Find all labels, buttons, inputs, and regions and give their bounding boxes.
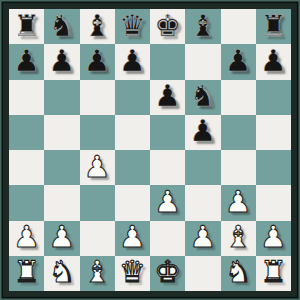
- chess-board-frame: ♜♞♝♛♚♝♜♟♟♟♟♟♟♟♞♟♟♟♟♟♟♟♟♝♟♜♞♝♛♚♞♜: [0, 0, 300, 300]
- square-h3[interactable]: [256, 185, 291, 220]
- square-h7[interactable]: ♟: [256, 44, 291, 79]
- white-bishop: ♝: [84, 257, 111, 287]
- white-king: ♚: [154, 257, 181, 287]
- square-b8[interactable]: ♞: [44, 9, 79, 44]
- black-pawn: ♟: [260, 46, 287, 76]
- black-rook: ♜: [13, 11, 40, 41]
- square-d4[interactable]: [115, 150, 150, 185]
- square-h2[interactable]: ♟: [256, 221, 291, 256]
- square-h5[interactable]: [256, 115, 291, 150]
- black-knight: ♞: [48, 11, 75, 41]
- square-a4[interactable]: [9, 150, 44, 185]
- square-f6[interactable]: ♞: [185, 80, 220, 115]
- black-pawn: ♟: [84, 46, 111, 76]
- square-d8[interactable]: ♛: [115, 9, 150, 44]
- white-rook: ♜: [260, 257, 287, 287]
- square-b2[interactable]: ♟: [44, 221, 79, 256]
- black-queen: ♛: [119, 11, 146, 41]
- square-a7[interactable]: ♟: [9, 44, 44, 79]
- square-f5[interactable]: ♟: [185, 115, 220, 150]
- square-d6[interactable]: [115, 80, 150, 115]
- black-pawn: ♟: [154, 81, 181, 111]
- square-g8[interactable]: [221, 9, 256, 44]
- square-g5[interactable]: [221, 115, 256, 150]
- white-pawn: ♟: [260, 222, 287, 252]
- black-rook: ♜: [260, 11, 287, 41]
- white-pawn: ♟: [13, 222, 40, 252]
- square-b4[interactable]: [44, 150, 79, 185]
- black-king: ♚: [154, 11, 181, 41]
- square-g2[interactable]: ♝: [221, 221, 256, 256]
- square-b5[interactable]: [44, 115, 79, 150]
- black-pawn: ♟: [48, 46, 75, 76]
- square-d1[interactable]: ♛: [115, 256, 150, 291]
- white-pawn: ♟: [84, 152, 111, 182]
- square-e7[interactable]: [150, 44, 185, 79]
- square-a6[interactable]: [9, 80, 44, 115]
- white-pawn: ♟: [225, 187, 252, 217]
- square-b3[interactable]: [44, 185, 79, 220]
- square-f8[interactable]: ♝: [185, 9, 220, 44]
- chess-board: ♜♞♝♛♚♝♜♟♟♟♟♟♟♟♞♟♟♟♟♟♟♟♟♝♟♜♞♝♛♚♞♜: [9, 9, 291, 291]
- square-h6[interactable]: [256, 80, 291, 115]
- square-a2[interactable]: ♟: [9, 221, 44, 256]
- square-c2[interactable]: [80, 221, 115, 256]
- black-knight: ♞: [189, 81, 216, 111]
- black-bishop: ♝: [84, 11, 111, 41]
- square-f7[interactable]: [185, 44, 220, 79]
- square-c5[interactable]: [80, 115, 115, 150]
- square-f2[interactable]: ♟: [185, 221, 220, 256]
- square-b1[interactable]: ♞: [44, 256, 79, 291]
- white-pawn: ♟: [119, 222, 146, 252]
- square-h4[interactable]: [256, 150, 291, 185]
- white-rook: ♜: [13, 257, 40, 287]
- square-e4[interactable]: [150, 150, 185, 185]
- black-pawn: ♟: [189, 116, 216, 146]
- square-c4[interactable]: ♟: [80, 150, 115, 185]
- square-b7[interactable]: ♟: [44, 44, 79, 79]
- black-bishop: ♝: [189, 11, 216, 41]
- square-e6[interactable]: ♟: [150, 80, 185, 115]
- square-c3[interactable]: [80, 185, 115, 220]
- black-pawn: ♟: [119, 46, 146, 76]
- square-d7[interactable]: ♟: [115, 44, 150, 79]
- white-knight: ♞: [225, 257, 252, 287]
- square-c7[interactable]: ♟: [80, 44, 115, 79]
- square-e5[interactable]: [150, 115, 185, 150]
- white-pawn: ♟: [189, 222, 216, 252]
- square-g3[interactable]: ♟: [221, 185, 256, 220]
- square-a1[interactable]: ♜: [9, 256, 44, 291]
- white-queen: ♛: [119, 257, 146, 287]
- square-d5[interactable]: [115, 115, 150, 150]
- square-a5[interactable]: [9, 115, 44, 150]
- square-g7[interactable]: ♟: [221, 44, 256, 79]
- white-bishop: ♝: [225, 222, 252, 252]
- square-e2[interactable]: [150, 221, 185, 256]
- square-g6[interactable]: [221, 80, 256, 115]
- square-f4[interactable]: [185, 150, 220, 185]
- square-a8[interactable]: ♜: [9, 9, 44, 44]
- square-e3[interactable]: ♟: [150, 185, 185, 220]
- white-knight: ♞: [48, 257, 75, 287]
- square-d2[interactable]: ♟: [115, 221, 150, 256]
- square-b6[interactable]: [44, 80, 79, 115]
- square-c8[interactable]: ♝: [80, 9, 115, 44]
- black-pawn: ♟: [225, 46, 252, 76]
- square-f3[interactable]: [185, 185, 220, 220]
- square-g1[interactable]: ♞: [221, 256, 256, 291]
- white-pawn: ♟: [48, 222, 75, 252]
- square-d3[interactable]: [115, 185, 150, 220]
- black-pawn: ♟: [13, 46, 40, 76]
- square-c1[interactable]: ♝: [80, 256, 115, 291]
- square-a3[interactable]: [9, 185, 44, 220]
- white-pawn: ♟: [154, 187, 181, 217]
- square-h1[interactable]: ♜: [256, 256, 291, 291]
- square-f1[interactable]: [185, 256, 220, 291]
- square-e1[interactable]: ♚: [150, 256, 185, 291]
- square-g4[interactable]: [221, 150, 256, 185]
- square-e8[interactable]: ♚: [150, 9, 185, 44]
- square-c6[interactable]: [80, 80, 115, 115]
- square-h8[interactable]: ♜: [256, 9, 291, 44]
